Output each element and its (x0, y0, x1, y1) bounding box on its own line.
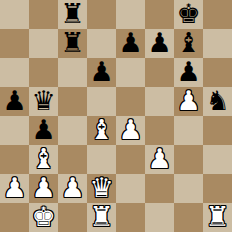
black-pawn[interactable]: ♟ (176, 58, 200, 86)
square-a1[interactable] (0, 203, 29, 232)
square-h3[interactable] (203, 145, 232, 174)
white-pawn[interactable]: ♟ (60, 174, 84, 202)
black-queen[interactable]: ♛ (31, 87, 55, 115)
square-b1[interactable]: ♚ (29, 203, 58, 232)
white-pawn[interactable]: ♟ (31, 174, 55, 202)
square-d6[interactable]: ♟ (87, 58, 116, 87)
square-b7[interactable] (29, 29, 58, 58)
square-f2[interactable] (145, 174, 174, 203)
square-g7[interactable]: ♝ (174, 29, 203, 58)
white-rook[interactable]: ♜ (205, 203, 229, 231)
white-pawn[interactable]: ♟ (2, 174, 26, 202)
square-e5[interactable] (116, 87, 145, 116)
square-b5[interactable]: ♛ (29, 87, 58, 116)
square-g4[interactable] (174, 116, 203, 145)
white-pawn[interactable]: ♟ (147, 145, 171, 173)
square-e3[interactable] (116, 145, 145, 174)
square-d2[interactable]: ♛ (87, 174, 116, 203)
square-d8[interactable] (87, 0, 116, 29)
square-h5[interactable]: ♞ (203, 87, 232, 116)
white-bishop[interactable]: ♝ (89, 116, 113, 144)
square-c4[interactable] (58, 116, 87, 145)
square-f8[interactable] (145, 0, 174, 29)
white-queen[interactable]: ♛ (89, 174, 113, 202)
square-a5[interactable]: ♟ (0, 87, 29, 116)
square-c7[interactable]: ♜ (58, 29, 87, 58)
square-d3[interactable] (87, 145, 116, 174)
square-d5[interactable] (87, 87, 116, 116)
square-g6[interactable]: ♟ (174, 58, 203, 87)
square-g2[interactable] (174, 174, 203, 203)
black-rook[interactable]: ♜ (60, 0, 84, 28)
square-h2[interactable] (203, 174, 232, 203)
square-d4[interactable]: ♝ (87, 116, 116, 145)
white-rook[interactable]: ♜ (89, 203, 113, 231)
black-rook[interactable]: ♜ (60, 29, 84, 57)
square-e6[interactable] (116, 58, 145, 87)
square-e4[interactable]: ♟ (116, 116, 145, 145)
square-b4[interactable]: ♟ (29, 116, 58, 145)
white-pawn[interactable]: ♟ (176, 87, 200, 115)
square-f3[interactable]: ♟ (145, 145, 174, 174)
black-bishop[interactable]: ♝ (176, 29, 200, 57)
square-b6[interactable] (29, 58, 58, 87)
black-king[interactable]: ♚ (176, 0, 200, 28)
square-c8[interactable]: ♜ (58, 0, 87, 29)
square-a3[interactable] (0, 145, 29, 174)
white-pawn[interactable]: ♟ (118, 116, 142, 144)
square-a7[interactable] (0, 29, 29, 58)
square-f1[interactable] (145, 203, 174, 232)
white-king[interactable]: ♚ (31, 203, 55, 231)
square-c2[interactable]: ♟ (58, 174, 87, 203)
square-f4[interactable] (145, 116, 174, 145)
square-e8[interactable] (116, 0, 145, 29)
square-c1[interactable] (58, 203, 87, 232)
square-f5[interactable] (145, 87, 174, 116)
square-g8[interactable]: ♚ (174, 0, 203, 29)
square-h8[interactable] (203, 0, 232, 29)
square-f6[interactable] (145, 58, 174, 87)
square-b2[interactable]: ♟ (29, 174, 58, 203)
square-d1[interactable]: ♜ (87, 203, 116, 232)
black-pawn[interactable]: ♟ (147, 29, 171, 57)
square-d7[interactable] (87, 29, 116, 58)
square-a8[interactable] (0, 0, 29, 29)
square-a6[interactable] (0, 58, 29, 87)
black-knight[interactable]: ♞ (205, 87, 229, 115)
square-b8[interactable] (29, 0, 58, 29)
chess-board: ♜♚♜♟♟♝♟♟♟♛♟♞♟♝♟♝♟♟♟♟♛♚♜♜ (0, 0, 232, 232)
square-c3[interactable] (58, 145, 87, 174)
square-h7[interactable] (203, 29, 232, 58)
square-e2[interactable] (116, 174, 145, 203)
square-e7[interactable]: ♟ (116, 29, 145, 58)
square-h4[interactable] (203, 116, 232, 145)
square-g5[interactable]: ♟ (174, 87, 203, 116)
black-pawn[interactable]: ♟ (31, 116, 55, 144)
white-bishop[interactable]: ♝ (31, 145, 55, 173)
square-e1[interactable] (116, 203, 145, 232)
square-c5[interactable] (58, 87, 87, 116)
square-a4[interactable] (0, 116, 29, 145)
square-b3[interactable]: ♝ (29, 145, 58, 174)
square-g1[interactable] (174, 203, 203, 232)
black-pawn[interactable]: ♟ (2, 87, 26, 115)
black-pawn[interactable]: ♟ (118, 29, 142, 57)
black-pawn[interactable]: ♟ (89, 58, 113, 86)
square-g3[interactable] (174, 145, 203, 174)
square-c6[interactable] (58, 58, 87, 87)
square-a2[interactable]: ♟ (0, 174, 29, 203)
square-h1[interactable]: ♜ (203, 203, 232, 232)
square-f7[interactable]: ♟ (145, 29, 174, 58)
square-h6[interactable] (203, 58, 232, 87)
